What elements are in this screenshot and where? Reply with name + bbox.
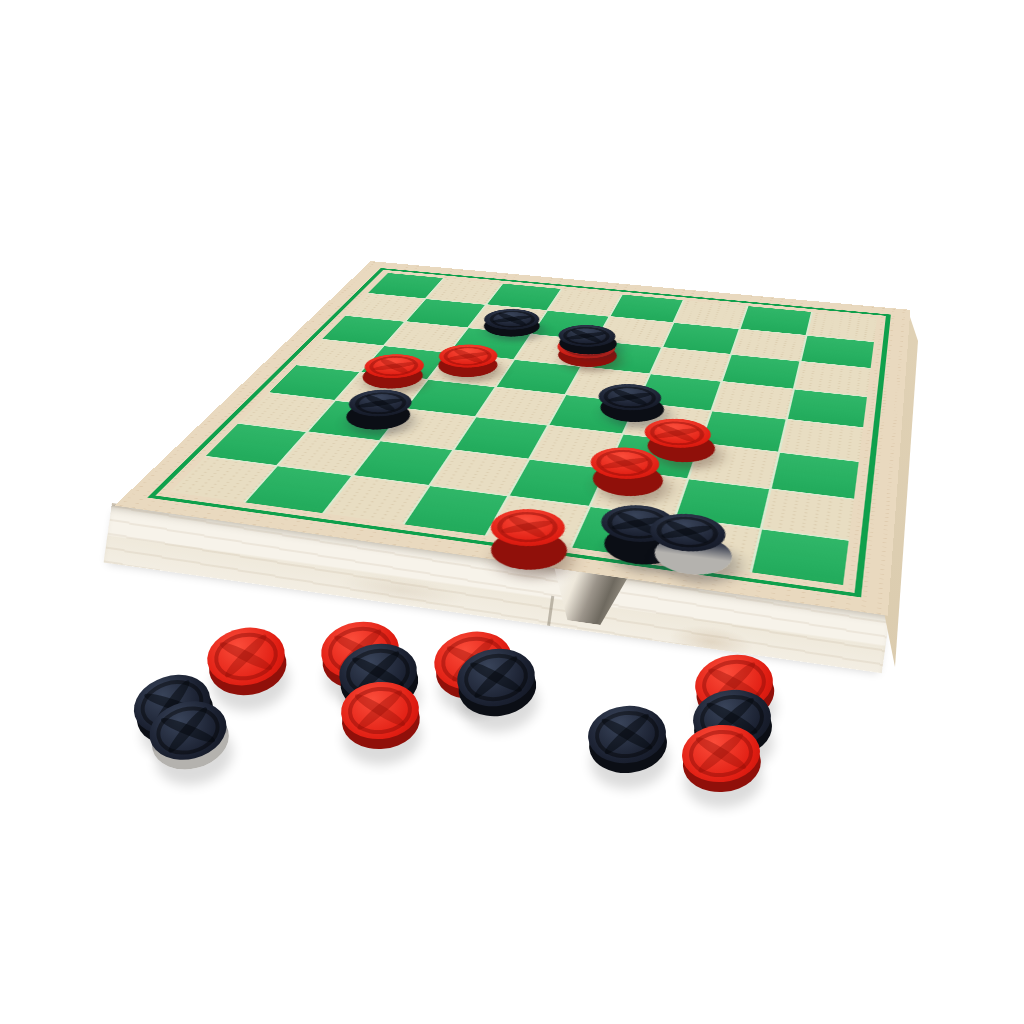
black-checker[interactable] — [453, 644, 538, 711]
scene — [0, 0, 1024, 1024]
red-checker[interactable] — [639, 416, 715, 452]
black-checker[interactable] — [585, 702, 669, 767]
front-seam — [547, 596, 554, 626]
red-checker[interactable] — [339, 679, 422, 743]
red-checker[interactable] — [203, 622, 290, 692]
black-checker[interactable] — [643, 510, 729, 556]
black-checker[interactable] — [552, 323, 620, 350]
red-checker[interactable] — [584, 444, 665, 483]
red-checker[interactable] — [680, 722, 763, 786]
black-checker[interactable] — [593, 381, 666, 413]
